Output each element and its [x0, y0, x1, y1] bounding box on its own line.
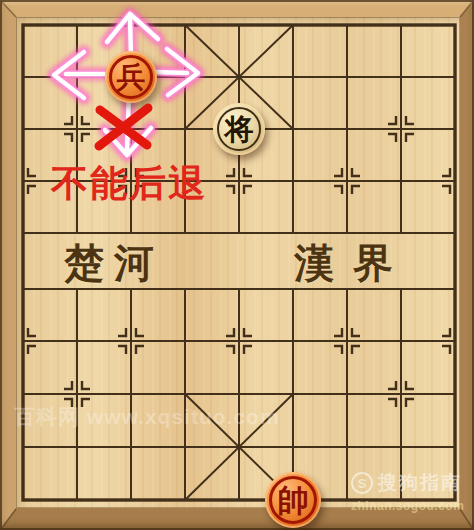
watermark-right: S 搜狗指南 zhinan.sogou.com	[351, 470, 464, 513]
sogou-name: 搜狗指南	[378, 470, 462, 496]
annotation-text: 不能后退	[51, 165, 207, 202]
sogou-logo-icon: S	[351, 472, 373, 494]
blocked-cross-icon	[0, 0, 474, 530]
watermark-left: 百科网 www.xqsituo.com	[14, 403, 280, 431]
xiangqi-board: 楚河 漢界 兵 将	[0, 0, 474, 530]
sogou-url: zhinan.sogou.com	[351, 499, 464, 513]
